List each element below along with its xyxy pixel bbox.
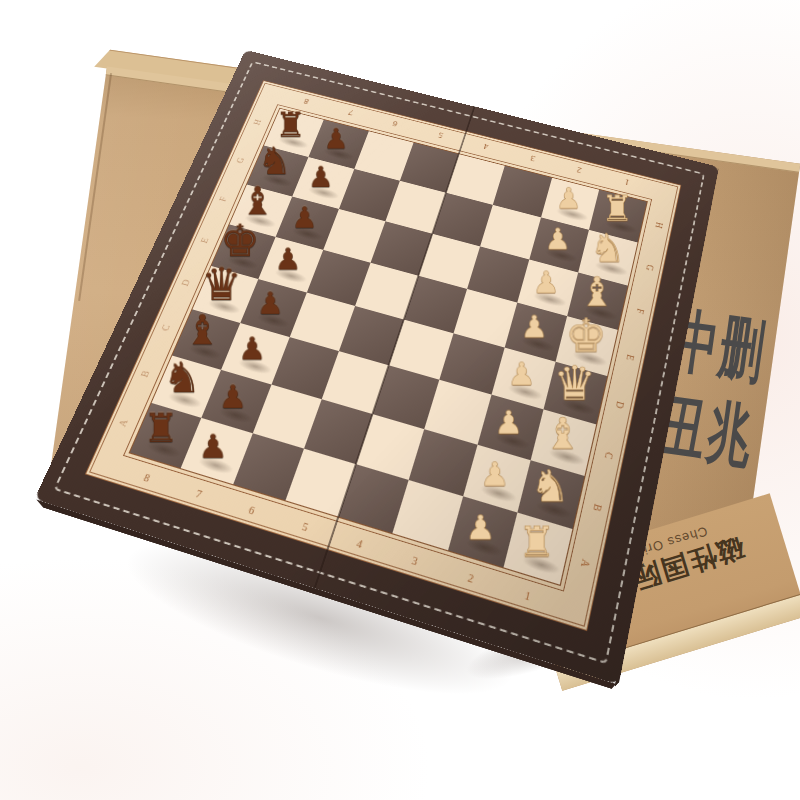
chess-piece-light-B: ♝: [543, 413, 582, 456]
chess-board: ♜♟♟♜♞♟♟♞♝♟♟♝♚♟♟♚♛♟♟♛♝♟♟♝♞♟♟♞♜♟♟♜ 8765432…: [34, 50, 718, 685]
chess-piece-light-K: ♚: [565, 312, 606, 358]
product-photo-scene: 中删丑兆 Chess Original R 磁性国际象棋 ♜♟♟♜♞♟♟♞♝♟♟…: [0, 0, 800, 800]
chess-piece-light-N: ♞: [530, 464, 570, 508]
board-perspective-wrap: ♜♟♟♜♞♟♟♞♝♟♟♝♚♟♟♚♛♟♟♛♝♟♟♝♞♟♟♞♜♟♟♜ 8765432…: [120, 40, 672, 592]
chess-piece-dark-P: ♟: [218, 381, 247, 413]
chess-piece-light-P: ♟: [508, 358, 536, 390]
chess-piece-light-P: ♟: [480, 458, 510, 491]
chess-piece-dark-N: ♞: [164, 357, 202, 399]
chess-piece-light-Q: ♛: [553, 359, 595, 406]
box-corner-crease: [78, 73, 112, 301]
